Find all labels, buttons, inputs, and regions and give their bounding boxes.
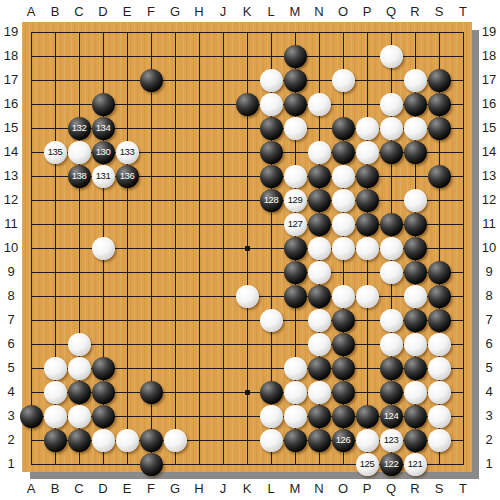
row-label-right-16: 16: [479, 96, 499, 112]
black-stone-N2[interactable]: [308, 429, 331, 452]
black-stone-R2[interactable]: [404, 429, 427, 452]
black-stone-M8[interactable]: [284, 285, 307, 308]
black-stone-S7[interactable]: [428, 309, 451, 332]
white-stone-B4[interactable]: [44, 381, 67, 404]
black-stone-N8[interactable]: [308, 285, 331, 308]
black-stone-O2[interactable]: 126: [332, 429, 355, 452]
black-stone-S16[interactable]: [428, 93, 451, 116]
white-stone-D13[interactable]: 131: [92, 165, 115, 188]
column-label-bottom-E: E: [117, 481, 137, 497]
black-stone-L12[interactable]: 128: [260, 189, 283, 212]
column-label-bottom-A: A: [21, 481, 41, 497]
white-stone-Q9[interactable]: [380, 261, 403, 284]
black-stone-D5[interactable]: [92, 357, 115, 380]
move-number-label: 123: [384, 435, 399, 445]
black-stone-F4[interactable]: [140, 381, 163, 404]
move-number-label: 126: [336, 435, 351, 445]
move-number-label: 136: [120, 171, 135, 181]
white-stone-S2[interactable]: [428, 429, 451, 452]
white-stone-M3[interactable]: [284, 405, 307, 428]
white-stone-R15[interactable]: [404, 117, 427, 140]
white-stone-K8[interactable]: [236, 285, 259, 308]
black-stone-D14[interactable]: 130: [92, 141, 115, 164]
white-stone-M11[interactable]: 127: [284, 213, 307, 236]
column-label-top-C: C: [69, 4, 89, 20]
black-stone-C13[interactable]: 138: [68, 165, 91, 188]
move-number-label: 130: [96, 147, 111, 157]
row-label-left-10: 10: [1, 240, 21, 256]
column-label-bottom-O: O: [333, 481, 353, 497]
black-stone-N5[interactable]: [308, 357, 331, 380]
black-stone-L14[interactable]: [260, 141, 283, 164]
black-stone-M17[interactable]: [284, 69, 307, 92]
white-stone-L17[interactable]: [260, 69, 283, 92]
black-stone-R16[interactable]: [404, 93, 427, 116]
white-stone-O12[interactable]: [332, 189, 355, 212]
white-stone-N6[interactable]: [308, 333, 331, 356]
white-stone-O10[interactable]: [332, 237, 355, 260]
black-stone-Q1[interactable]: 122: [380, 453, 403, 476]
white-stone-L16[interactable]: [260, 93, 283, 116]
row-label-left-11: 11: [1, 216, 21, 232]
row-label-right-4: 4: [479, 384, 499, 400]
move-number-label: 138: [72, 171, 87, 181]
row-label-right-13: 13: [479, 168, 499, 184]
move-number-label: 133: [120, 147, 135, 157]
white-stone-O17[interactable]: [332, 69, 355, 92]
black-stone-M10[interactable]: [284, 237, 307, 260]
black-stone-P3[interactable]: [356, 405, 379, 428]
black-stone-L13[interactable]: [260, 165, 283, 188]
row-label-right-11: 11: [479, 216, 499, 232]
black-stone-S15[interactable]: [428, 117, 451, 140]
black-stone-D16[interactable]: [92, 93, 115, 116]
white-stone-C6[interactable]: [68, 333, 91, 356]
move-number-label: 135: [48, 147, 63, 157]
black-stone-O7[interactable]: [332, 309, 355, 332]
move-number-label: 124: [384, 411, 399, 421]
black-stone-D4[interactable]: [92, 381, 115, 404]
row-label-left-12: 12: [1, 192, 21, 208]
black-stone-C4[interactable]: [68, 381, 91, 404]
black-stone-P11[interactable]: [356, 213, 379, 236]
white-stone-C3[interactable]: [68, 405, 91, 428]
move-number-label: 127: [288, 219, 303, 229]
column-label-top-A: A: [21, 4, 41, 20]
black-stone-R11[interactable]: [404, 213, 427, 236]
white-stone-P1[interactable]: 125: [356, 453, 379, 476]
white-stone-N4[interactable]: [308, 381, 331, 404]
move-number-label: 134: [96, 123, 111, 133]
white-stone-N7[interactable]: [308, 309, 331, 332]
black-stone-O5[interactable]: [332, 357, 355, 380]
row-label-left-15: 15: [1, 120, 21, 136]
row-label-left-2: 2: [1, 432, 21, 448]
go-board[interactable]: 1321341351301331381311361281291271241261…: [22, 22, 472, 472]
black-stone-E13[interactable]: 136: [116, 165, 139, 188]
column-label-top-O: O: [333, 4, 353, 20]
column-label-bottom-J: J: [213, 481, 233, 497]
black-stone-F1[interactable]: [140, 453, 163, 476]
column-label-top-N: N: [309, 4, 329, 20]
black-stone-N12[interactable]: [308, 189, 331, 212]
go-game-screenshot: 1321341351301331381311361281291271241261…: [0, 0, 500, 500]
black-stone-Q11[interactable]: [380, 213, 403, 236]
column-label-top-P: P: [357, 4, 377, 20]
move-number-label: 129: [288, 195, 303, 205]
column-label-bottom-N: N: [309, 481, 329, 497]
black-stone-Q4[interactable]: [380, 381, 403, 404]
black-stone-L4[interactable]: [260, 381, 283, 404]
black-stone-S9[interactable]: [428, 261, 451, 284]
white-stone-Q2[interactable]: 123: [380, 429, 403, 452]
black-stone-R10[interactable]: [404, 237, 427, 260]
white-stone-P2[interactable]: [356, 429, 379, 452]
column-label-bottom-L: L: [261, 481, 281, 497]
row-label-left-18: 18: [1, 48, 21, 64]
black-stone-O4[interactable]: [332, 381, 355, 404]
column-label-top-R: R: [405, 4, 425, 20]
row-label-left-3: 3: [1, 408, 21, 424]
white-stone-R17[interactable]: [404, 69, 427, 92]
column-label-bottom-M: M: [285, 481, 305, 497]
column-label-top-G: G: [165, 4, 185, 20]
white-stone-M13[interactable]: [284, 165, 307, 188]
white-stone-S6[interactable]: [428, 333, 451, 356]
column-label-top-D: D: [93, 4, 113, 20]
black-stone-D3[interactable]: [92, 405, 115, 428]
column-label-bottom-K: K: [237, 481, 257, 497]
black-stone-P13[interactable]: [356, 165, 379, 188]
white-stone-N14[interactable]: [308, 141, 331, 164]
white-stone-E2[interactable]: [116, 429, 139, 452]
white-stone-Q6[interactable]: [380, 333, 403, 356]
black-stone-R14[interactable]: [404, 141, 427, 164]
white-stone-P10[interactable]: [356, 237, 379, 260]
white-stone-D2[interactable]: [92, 429, 115, 452]
black-stone-R7[interactable]: [404, 309, 427, 332]
white-stone-O13[interactable]: [332, 165, 355, 188]
hoshi-point-K10: [245, 246, 250, 251]
white-stone-M15[interactable]: [284, 117, 307, 140]
white-stone-O8[interactable]: [332, 285, 355, 308]
move-number-label: 121: [408, 459, 423, 469]
black-stone-C15[interactable]: 132: [68, 117, 91, 140]
white-stone-N9[interactable]: [308, 261, 331, 284]
black-stone-O15[interactable]: [332, 117, 355, 140]
black-stone-N13[interactable]: [308, 165, 331, 188]
white-stone-M5[interactable]: [284, 357, 307, 380]
black-stone-Q5[interactable]: [380, 357, 403, 380]
column-label-bottom-T: T: [453, 481, 473, 497]
row-label-left-17: 17: [1, 72, 21, 88]
column-label-top-H: H: [189, 4, 209, 20]
black-stone-R3[interactable]: [404, 405, 427, 428]
move-number-label: 131: [96, 171, 111, 181]
white-stone-N16[interactable]: [308, 93, 331, 116]
row-label-right-17: 17: [479, 72, 499, 88]
black-stone-A3[interactable]: [20, 405, 43, 428]
white-stone-C5[interactable]: [68, 357, 91, 380]
white-stone-R4[interactable]: [404, 381, 427, 404]
white-stone-M4[interactable]: [284, 381, 307, 404]
black-stone-D15[interactable]: 134: [92, 117, 115, 140]
white-stone-S5[interactable]: [428, 357, 451, 380]
white-stone-L7[interactable]: [260, 309, 283, 332]
black-stone-N11[interactable]: [308, 213, 331, 236]
white-stone-S3[interactable]: [428, 405, 451, 428]
row-label-right-15: 15: [479, 120, 499, 136]
row-label-right-9: 9: [479, 264, 499, 280]
white-stone-C14[interactable]: [68, 141, 91, 164]
column-label-top-T: T: [453, 4, 473, 20]
black-stone-O6[interactable]: [332, 333, 355, 356]
white-stone-Q10[interactable]: [380, 237, 403, 260]
black-stone-M2[interactable]: [284, 429, 307, 452]
hoshi-point-K4: [245, 390, 250, 395]
column-label-bottom-C: C: [69, 481, 89, 497]
move-number-label: 132: [72, 123, 87, 133]
row-label-left-7: 7: [1, 312, 21, 328]
column-label-top-E: E: [117, 4, 137, 20]
row-label-left-9: 9: [1, 264, 21, 280]
black-stone-O14[interactable]: [332, 141, 355, 164]
row-label-right-6: 6: [479, 336, 499, 352]
row-label-left-6: 6: [1, 336, 21, 352]
column-label-bottom-B: B: [45, 481, 65, 497]
white-stone-E14[interactable]: 133: [116, 141, 139, 164]
black-stone-P12[interactable]: [356, 189, 379, 212]
row-label-right-5: 5: [479, 360, 499, 376]
black-stone-M9[interactable]: [284, 261, 307, 284]
row-label-right-12: 12: [479, 192, 499, 208]
white-stone-Q15[interactable]: [380, 117, 403, 140]
white-stone-L2[interactable]: [260, 429, 283, 452]
column-label-top-F: F: [141, 4, 161, 20]
white-stone-L3[interactable]: [260, 405, 283, 428]
column-label-top-M: M: [285, 4, 305, 20]
move-number-label: 122: [384, 459, 399, 469]
black-stone-M18[interactable]: [284, 45, 307, 68]
column-label-top-S: S: [429, 4, 449, 20]
black-stone-Q14[interactable]: [380, 141, 403, 164]
column-label-bottom-R: R: [405, 481, 425, 497]
column-label-bottom-F: F: [141, 481, 161, 497]
white-stone-Q7[interactable]: [380, 309, 403, 332]
white-stone-R1[interactable]: 121: [404, 453, 427, 476]
column-label-bottom-H: H: [189, 481, 209, 497]
white-stone-B5[interactable]: [44, 357, 67, 380]
row-label-left-19: 19: [1, 24, 21, 40]
column-label-top-B: B: [45, 4, 65, 20]
column-label-top-J: J: [213, 4, 233, 20]
black-stone-C2[interactable]: [68, 429, 91, 452]
row-label-right-2: 2: [479, 432, 499, 448]
row-label-left-16: 16: [1, 96, 21, 112]
row-label-right-10: 10: [479, 240, 499, 256]
white-stone-O11[interactable]: [332, 213, 355, 236]
row-label-right-8: 8: [479, 288, 499, 304]
white-stone-G2[interactable]: [164, 429, 187, 452]
black-stone-M16[interactable]: [284, 93, 307, 116]
column-label-bottom-P: P: [357, 481, 377, 497]
row-label-right-7: 7: [479, 312, 499, 328]
white-stone-Q16[interactable]: [380, 93, 403, 116]
black-stone-F2[interactable]: [140, 429, 163, 452]
row-label-left-1: 1: [1, 456, 21, 472]
black-stone-R9[interactable]: [404, 261, 427, 284]
row-label-right-19: 19: [479, 24, 499, 40]
white-stone-D10[interactable]: [92, 237, 115, 260]
white-stone-B3[interactable]: [44, 405, 67, 428]
white-stone-P8[interactable]: [356, 285, 379, 308]
row-label-left-5: 5: [1, 360, 21, 376]
white-stone-S4[interactable]: [428, 381, 451, 404]
black-stone-S13[interactable]: [428, 165, 451, 188]
row-label-left-4: 4: [1, 384, 21, 400]
row-label-left-14: 14: [1, 144, 21, 160]
column-label-bottom-G: G: [165, 481, 185, 497]
white-stone-M12[interactable]: 129: [284, 189, 307, 212]
row-label-right-3: 3: [479, 408, 499, 424]
move-number-label: 128: [264, 195, 279, 205]
black-stone-F17[interactable]: [140, 69, 163, 92]
black-stone-K16[interactable]: [236, 93, 259, 116]
white-stone-P14[interactable]: [356, 141, 379, 164]
black-stone-N3[interactable]: [308, 405, 331, 428]
column-label-bottom-S: S: [429, 481, 449, 497]
row-label-left-8: 8: [1, 288, 21, 304]
black-stone-Q3[interactable]: 124: [380, 405, 403, 428]
column-label-top-L: L: [261, 4, 281, 20]
row-label-right-1: 1: [479, 456, 499, 472]
move-number-label: 125: [360, 459, 375, 469]
column-label-top-K: K: [237, 4, 257, 20]
column-label-bottom-Q: Q: [381, 481, 401, 497]
white-stone-P15[interactable]: [356, 117, 379, 140]
black-stone-S8[interactable]: [428, 285, 451, 308]
column-label-bottom-D: D: [93, 481, 113, 497]
white-stone-R12[interactable]: [404, 189, 427, 212]
black-stone-L15[interactable]: [260, 117, 283, 140]
white-stone-N10[interactable]: [308, 237, 331, 260]
white-stone-Q18[interactable]: [380, 45, 403, 68]
black-stone-O3[interactable]: [332, 405, 355, 428]
white-stone-R6[interactable]: [404, 333, 427, 356]
row-label-right-14: 14: [479, 144, 499, 160]
black-stone-B2[interactable]: [44, 429, 67, 452]
black-stone-S17[interactable]: [428, 69, 451, 92]
black-stone-R5[interactable]: [404, 357, 427, 380]
column-label-top-Q: Q: [381, 4, 401, 20]
white-stone-R8[interactable]: [404, 285, 427, 308]
row-label-right-18: 18: [479, 48, 499, 64]
row-label-left-13: 13: [1, 168, 21, 184]
white-stone-B14[interactable]: 135: [44, 141, 67, 164]
